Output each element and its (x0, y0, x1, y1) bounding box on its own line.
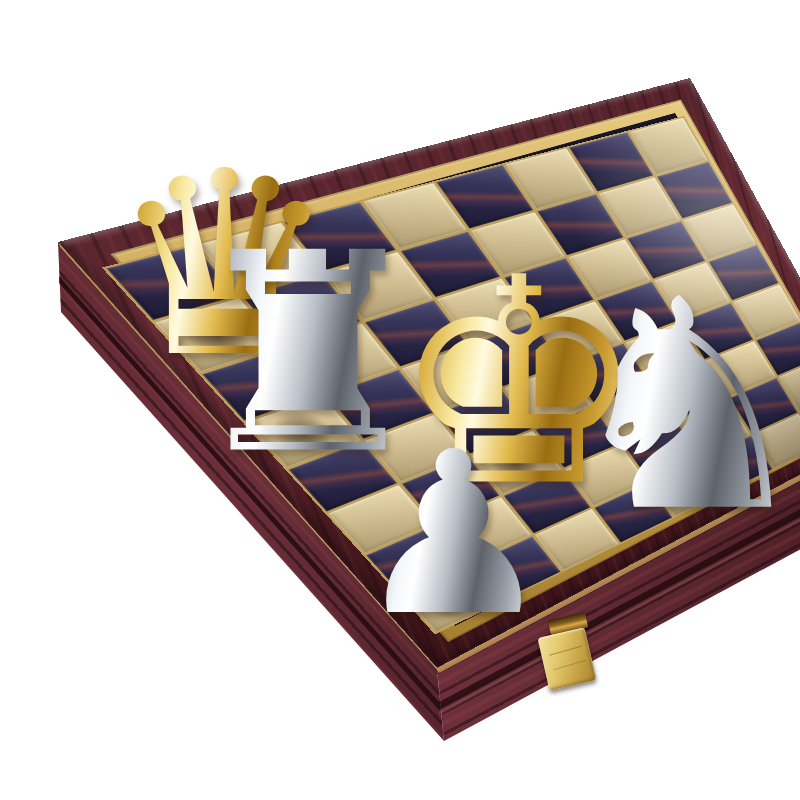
piece-silver-pawn-hoplite[interactable]: ♟ (353, 422, 555, 647)
product-photo-stage: ♛♜♚♟♞ (0, 0, 800, 800)
piece-silver-knight-cavalry[interactable]: ♞ (558, 261, 800, 551)
